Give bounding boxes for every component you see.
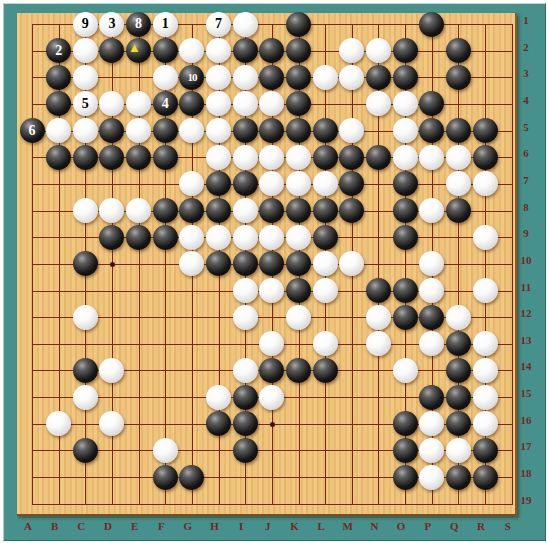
black-stone-Q13 — [446, 331, 471, 356]
row-label-14: 14 — [514, 361, 538, 372]
black-stone-K4 — [286, 91, 311, 116]
move-number-label: 1 — [162, 17, 169, 31]
row-label-2: 2 — [514, 42, 538, 53]
white-stone-C8 — [73, 198, 98, 223]
white-stone-O6 — [393, 145, 418, 170]
column-label-J: J — [260, 521, 276, 532]
white-stone-R7 — [473, 171, 498, 196]
column-label-B: B — [47, 521, 63, 532]
white-stone-D8 — [99, 198, 124, 223]
black-stone-B3 — [46, 65, 71, 90]
black-stone-L5 — [313, 118, 338, 143]
white-stone-K7 — [286, 171, 311, 196]
row-label-19: 19 — [514, 495, 538, 506]
white-stone-N13 — [366, 331, 391, 356]
black-stone-I16 — [233, 411, 258, 436]
white-stone-F1: 1 — [153, 12, 178, 37]
black-stone-I17 — [233, 438, 258, 463]
black-stone-Q8 — [446, 198, 471, 223]
black-stone-G4 — [179, 91, 204, 116]
column-label-E: E — [127, 521, 143, 532]
black-stone-F4: 4 — [153, 91, 178, 116]
black-stone-D2 — [99, 38, 124, 63]
black-stone-K8 — [286, 198, 311, 223]
black-stone-K14 — [286, 358, 311, 383]
white-stone-H2 — [206, 38, 231, 63]
white-stone-J13 — [259, 331, 284, 356]
column-label-P: P — [420, 521, 436, 532]
black-stone-J8 — [259, 198, 284, 223]
white-stone-R16 — [473, 411, 498, 436]
move-number-label: 4 — [162, 97, 169, 111]
white-stone-Q6 — [446, 145, 471, 170]
white-stone-F3 — [153, 65, 178, 90]
move-number-label: 6 — [29, 124, 36, 138]
black-stone-H7 — [206, 171, 231, 196]
white-stone-N4 — [366, 91, 391, 116]
white-stone-G2 — [179, 38, 204, 63]
black-stone-E1: 8 — [126, 12, 151, 37]
white-stone-I11 — [233, 278, 258, 303]
board-frame: 93817210546 — [3, 3, 546, 541]
black-stone-P5 — [419, 118, 444, 143]
column-label-L: L — [313, 521, 329, 532]
black-stone-F5 — [153, 118, 178, 143]
white-stone-R14 — [473, 358, 498, 383]
black-stone-B6 — [46, 145, 71, 170]
row-label-7: 7 — [514, 175, 538, 186]
row-label-3: 3 — [514, 68, 538, 79]
white-stone-M10 — [339, 251, 364, 276]
black-stone-B4 — [46, 91, 71, 116]
black-stone-F9 — [153, 225, 178, 250]
row-label-15: 15 — [514, 388, 538, 399]
black-stone-C17 — [73, 438, 98, 463]
black-stone-K5 — [286, 118, 311, 143]
white-stone-I14 — [233, 358, 258, 383]
white-stone-P18 — [419, 465, 444, 490]
white-stone-H6 — [206, 145, 231, 170]
column-label-F: F — [153, 521, 169, 532]
white-stone-L13 — [313, 331, 338, 356]
row-label-5: 5 — [514, 122, 538, 133]
row-label-17: 17 — [514, 441, 538, 452]
white-stone-P8 — [419, 198, 444, 223]
column-label-R: R — [473, 521, 489, 532]
black-stone-R5 — [473, 118, 498, 143]
black-stone-O2 — [393, 38, 418, 63]
black-stone-K1 — [286, 12, 311, 37]
white-stone-C1: 9 — [73, 12, 98, 37]
black-stone-N11 — [366, 278, 391, 303]
white-stone-P6 — [419, 145, 444, 170]
white-stone-D4 — [99, 91, 124, 116]
move-number-label: 8 — [135, 17, 142, 31]
white-stone-C5 — [73, 118, 98, 143]
white-stone-R13 — [473, 331, 498, 356]
white-stone-C15 — [73, 385, 98, 410]
white-stone-J9 — [259, 225, 284, 250]
white-stone-I1 — [233, 12, 258, 37]
go-board[interactable]: 93817210546 — [17, 13, 517, 516]
black-stone-O9 — [393, 225, 418, 250]
white-stone-J7 — [259, 171, 284, 196]
black-stone-N3 — [366, 65, 391, 90]
black-stone-P4 — [419, 91, 444, 116]
black-stone-O17 — [393, 438, 418, 463]
white-stone-M3 — [339, 65, 364, 90]
black-stone-Q2 — [446, 38, 471, 63]
white-stone-Q17 — [446, 438, 471, 463]
column-label-K: K — [287, 521, 303, 532]
white-stone-R15 — [473, 385, 498, 410]
white-stone-K12 — [286, 305, 311, 330]
black-stone-L6 — [313, 145, 338, 170]
white-stone-P10 — [419, 251, 444, 276]
white-stone-I3 — [233, 65, 258, 90]
black-stone-R17 — [473, 438, 498, 463]
black-stone-O8 — [393, 198, 418, 223]
black-stone-K10 — [286, 251, 311, 276]
black-stone-J14 — [259, 358, 284, 383]
white-stone-D1: 3 — [99, 12, 124, 37]
black-stone-B2: 2 — [46, 38, 71, 63]
black-stone-N6 — [366, 145, 391, 170]
black-stone-I10 — [233, 251, 258, 276]
black-stone-Q3 — [446, 65, 471, 90]
white-stone-B5 — [46, 118, 71, 143]
black-stone-C6 — [73, 145, 98, 170]
white-stone-E8 — [126, 198, 151, 223]
black-stone-C14 — [73, 358, 98, 383]
black-stone-F2 — [153, 38, 178, 63]
row-label-9: 9 — [514, 228, 538, 239]
white-stone-J11 — [259, 278, 284, 303]
black-stone-H8 — [206, 198, 231, 223]
black-stone-H10 — [206, 251, 231, 276]
column-label-Q: Q — [446, 521, 462, 532]
black-stone-J3 — [259, 65, 284, 90]
white-stone-G9 — [179, 225, 204, 250]
column-label-G: G — [180, 521, 196, 532]
row-label-12: 12 — [514, 308, 538, 319]
black-stone-O12 — [393, 305, 418, 330]
white-stone-O14 — [393, 358, 418, 383]
white-stone-G5 — [179, 118, 204, 143]
white-stone-M2 — [339, 38, 364, 63]
white-stone-E4 — [126, 91, 151, 116]
white-stone-Q12 — [446, 305, 471, 330]
white-stone-G7 — [179, 171, 204, 196]
black-stone-K2 — [286, 38, 311, 63]
black-stone-D6 — [99, 145, 124, 170]
white-stone-I6 — [233, 145, 258, 170]
white-stone-B16 — [46, 411, 71, 436]
row-label-1: 1 — [514, 15, 538, 26]
white-stone-P17 — [419, 438, 444, 463]
column-label-H: H — [207, 521, 223, 532]
grid-line-horizontal — [32, 504, 513, 505]
black-stone-F18 — [153, 465, 178, 490]
white-stone-M5 — [339, 118, 364, 143]
white-stone-J15 — [259, 385, 284, 410]
black-stone-O11 — [393, 278, 418, 303]
white-stone-R9 — [473, 225, 498, 250]
black-stone-R6 — [473, 145, 498, 170]
row-label-6: 6 — [514, 148, 538, 159]
row-label-4: 4 — [514, 95, 538, 106]
black-stone-K3 — [286, 65, 311, 90]
black-stone-M6 — [339, 145, 364, 170]
black-stone-O3 — [393, 65, 418, 90]
white-stone-P11 — [419, 278, 444, 303]
white-stone-P16 — [419, 411, 444, 436]
white-stone-N12 — [366, 305, 391, 330]
move-number-label: 2 — [55, 44, 62, 58]
black-stone-K11 — [286, 278, 311, 303]
white-stone-E5 — [126, 118, 151, 143]
white-stone-J6 — [259, 145, 284, 170]
black-stone-F6 — [153, 145, 178, 170]
white-stone-D16 — [99, 411, 124, 436]
column-label-C: C — [73, 521, 89, 532]
white-stone-L3 — [313, 65, 338, 90]
move-number-label: 5 — [82, 97, 89, 111]
white-stone-C4: 5 — [73, 91, 98, 116]
black-stone-J5 — [259, 118, 284, 143]
black-stone-E9 — [126, 225, 151, 250]
white-stone-H5 — [206, 118, 231, 143]
black-stone-Q16 — [446, 411, 471, 436]
row-label-16: 16 — [514, 415, 538, 426]
black-stone-G18 — [179, 465, 204, 490]
white-stone-F17 — [153, 438, 178, 463]
white-stone-K6 — [286, 145, 311, 170]
column-label-D: D — [100, 521, 116, 532]
white-stone-G10 — [179, 251, 204, 276]
white-stone-H3 — [206, 65, 231, 90]
white-stone-I12 — [233, 305, 258, 330]
black-stone-P12 — [419, 305, 444, 330]
white-stone-C12 — [73, 305, 98, 330]
white-stone-N2 — [366, 38, 391, 63]
black-stone-M7 — [339, 171, 364, 196]
go-diagram: 93817210546 ▲ABCDEFGHIJKLMNOPQRS12345678… — [0, 0, 547, 543]
white-stone-H15 — [206, 385, 231, 410]
black-stone-M8 — [339, 198, 364, 223]
black-stone-I7 — [233, 171, 258, 196]
black-stone-O7 — [393, 171, 418, 196]
star-point — [110, 262, 115, 267]
move-number-label: 9 — [82, 17, 89, 31]
white-stone-C2 — [73, 38, 98, 63]
row-label-18: 18 — [514, 468, 538, 479]
black-stone-L14 — [313, 358, 338, 383]
black-stone-L8 — [313, 198, 338, 223]
column-label-N: N — [366, 521, 382, 532]
black-stone-E6 — [126, 145, 151, 170]
white-stone-L10 — [313, 251, 338, 276]
column-label-S: S — [500, 521, 516, 532]
white-stone-L7 — [313, 171, 338, 196]
black-stone-R18 — [473, 465, 498, 490]
white-stone-Q7 — [446, 171, 471, 196]
column-label-A: A — [20, 521, 36, 532]
black-stone-Q18 — [446, 465, 471, 490]
white-stone-H9 — [206, 225, 231, 250]
triangle-marker: ▲ — [128, 41, 141, 54]
white-stone-I9 — [233, 225, 258, 250]
row-label-11: 11 — [514, 282, 538, 293]
move-number-label: 10 — [187, 72, 196, 83]
white-stone-O4 — [393, 91, 418, 116]
white-stone-C3 — [73, 65, 98, 90]
column-label-M: M — [340, 521, 356, 532]
black-stone-C10 — [73, 251, 98, 276]
white-stone-H1: 7 — [206, 12, 231, 37]
white-stone-K9 — [286, 225, 311, 250]
white-stone-I4 — [233, 91, 258, 116]
move-number-label: 7 — [215, 17, 222, 31]
black-stone-I2 — [233, 38, 258, 63]
white-stone-O5 — [393, 118, 418, 143]
black-stone-H16 — [206, 411, 231, 436]
column-label-O: O — [393, 521, 409, 532]
white-stone-I8 — [233, 198, 258, 223]
black-stone-P1 — [419, 12, 444, 37]
black-stone-P15 — [419, 385, 444, 410]
white-stone-D14 — [99, 358, 124, 383]
white-stone-L11 — [313, 278, 338, 303]
black-stone-Q15 — [446, 385, 471, 410]
black-stone-J2 — [259, 38, 284, 63]
black-stone-G3: 10 — [179, 65, 204, 90]
move-number-label: 3 — [108, 17, 115, 31]
star-point — [270, 422, 275, 427]
white-stone-R11 — [473, 278, 498, 303]
row-label-13: 13 — [514, 335, 538, 346]
white-stone-H4 — [206, 91, 231, 116]
black-stone-Q5 — [446, 118, 471, 143]
black-stone-D9 — [99, 225, 124, 250]
black-stone-J10 — [259, 251, 284, 276]
row-label-10: 10 — [514, 255, 538, 266]
black-stone-I15 — [233, 385, 258, 410]
row-label-8: 8 — [514, 202, 538, 213]
white-stone-P13 — [419, 331, 444, 356]
black-stone-G8 — [179, 198, 204, 223]
black-stone-O18 — [393, 465, 418, 490]
black-stone-D5 — [99, 118, 124, 143]
black-stone-A5: 6 — [20, 118, 45, 143]
column-label-I: I — [233, 521, 249, 532]
black-stone-F8 — [153, 198, 178, 223]
white-stone-J4 — [259, 91, 284, 116]
black-stone-Q14 — [446, 358, 471, 383]
black-stone-L9 — [313, 225, 338, 250]
grid-line-vertical — [512, 24, 513, 505]
black-stone-I5 — [233, 118, 258, 143]
black-stone-O16 — [393, 411, 418, 436]
